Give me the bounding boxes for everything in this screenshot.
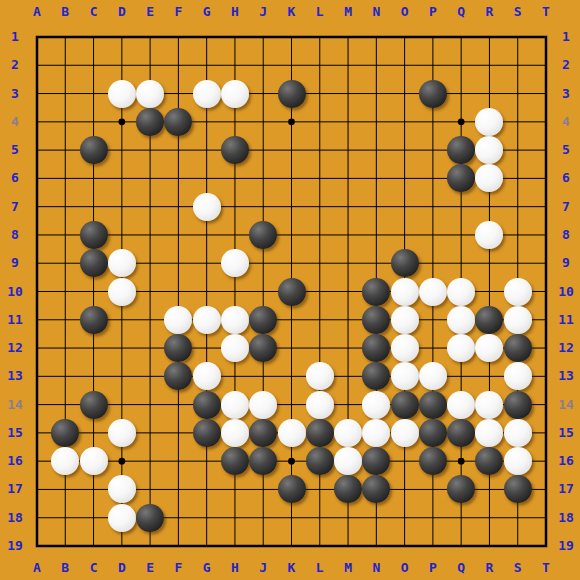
white-stone-M16 [334,447,362,475]
white-stone-G3 [193,80,221,108]
star-point [288,458,295,465]
col-label: B [53,560,77,576]
row-label: 19 [3,538,27,554]
col-label: F [166,560,190,576]
row-label: 3 [554,86,578,102]
row-label: 6 [554,170,578,186]
black-stone-E18 [136,504,164,532]
white-stone-S16 [504,447,532,475]
black-stone-C8 [80,221,108,249]
white-stone-L14 [306,391,334,419]
black-stone-P3 [419,80,447,108]
col-label: O [393,560,417,576]
black-stone-H5 [221,136,249,164]
row-label: 18 [3,510,27,526]
row-label: 17 [3,481,27,497]
white-stone-E3 [136,80,164,108]
white-stone-O10 [391,278,419,306]
black-stone-K3 [278,80,306,108]
col-label: N [364,4,388,20]
col-label: M [336,560,360,576]
white-stone-H12 [221,334,249,362]
white-stone-D9 [108,249,136,277]
row-label: 2 [3,57,27,73]
col-label: S [506,560,530,576]
white-stone-H11 [221,306,249,334]
white-stone-H9 [221,249,249,277]
white-stone-D15 [108,419,136,447]
black-stone-S12 [504,334,532,362]
white-stone-S10 [504,278,532,306]
col-label: T [534,560,558,576]
row-label: 3 [3,86,27,102]
black-stone-B15 [51,419,79,447]
black-stone-C9 [80,249,108,277]
star-point [288,118,295,125]
col-label: D [110,4,134,20]
row-label: 8 [554,227,578,243]
col-label: N [364,560,388,576]
white-stone-O15 [391,419,419,447]
black-stone-L15 [306,419,334,447]
white-stone-Q11 [447,306,475,334]
row-label: 16 [554,453,578,469]
row-label: 8 [3,227,27,243]
col-label: C [82,4,106,20]
row-label: 14 [554,397,578,413]
col-label: K [280,560,304,576]
row-label: 6 [3,170,27,186]
black-stone-C5 [80,136,108,164]
black-stone-N11 [362,306,390,334]
row-label: 7 [554,199,578,215]
black-stone-H16 [221,447,249,475]
col-label: G [195,560,219,576]
col-label: A [25,560,49,576]
row-label: 2 [554,57,578,73]
col-label: E [138,4,162,20]
col-label: Q [449,4,473,20]
black-stone-J15 [249,419,277,447]
white-stone-P10 [419,278,447,306]
black-stone-E4 [136,108,164,136]
go-board: ABCDEFGHJKLMNOPQRST ABCDEFGHJKLMNOPQRST … [0,0,580,580]
white-stone-F11 [164,306,192,334]
col-label: R [477,4,501,20]
white-stone-J14 [249,391,277,419]
black-stone-P15 [419,419,447,447]
row-label: 4 [554,114,578,130]
black-stone-P16 [419,447,447,475]
row-label: 5 [3,142,27,158]
white-stone-G7 [193,193,221,221]
row-label: 16 [3,453,27,469]
black-stone-G14 [193,391,221,419]
star-point [458,118,465,125]
col-label: E [138,560,162,576]
white-stone-D10 [108,278,136,306]
col-label: J [251,4,275,20]
white-stone-L13 [306,362,334,390]
white-stone-K15 [278,419,306,447]
col-label: T [534,4,558,20]
row-label: 11 [554,312,578,328]
row-label: 15 [554,425,578,441]
row-label: 18 [554,510,578,526]
col-label: H [223,560,247,576]
black-stone-K10 [278,278,306,306]
row-label: 15 [3,425,27,441]
col-label: P [421,560,445,576]
col-label: R [477,560,501,576]
row-label: 1 [3,29,27,45]
row-label: 17 [554,481,578,497]
row-label: 10 [554,284,578,300]
white-stone-C16 [80,447,108,475]
board-grid[interactable] [37,37,546,546]
row-label: 9 [3,255,27,271]
col-label: B [53,4,77,20]
white-stone-O12 [391,334,419,362]
white-stone-G13 [193,362,221,390]
col-label: C [82,560,106,576]
white-stone-S15 [504,419,532,447]
col-label: L [308,4,332,20]
black-stone-N10 [362,278,390,306]
black-stone-O9 [391,249,419,277]
white-stone-D3 [108,80,136,108]
black-stone-S17 [504,475,532,503]
row-label: 11 [3,312,27,328]
row-label: 7 [3,199,27,215]
white-stone-Q12 [447,334,475,362]
col-label: S [506,4,530,20]
black-stone-K17 [278,475,306,503]
white-stone-M15 [334,419,362,447]
row-label: 1 [554,29,578,45]
black-stone-G15 [193,419,221,447]
white-stone-S11 [504,306,532,334]
white-stone-G11 [193,306,221,334]
col-label: D [110,560,134,576]
row-label: 5 [554,142,578,158]
col-label: A [25,4,49,20]
row-label: 12 [3,340,27,356]
star-point [458,458,465,465]
row-label: 14 [3,397,27,413]
row-label: 4 [3,114,27,130]
col-label: L [308,560,332,576]
row-label: 19 [554,538,578,554]
black-stone-C11 [80,306,108,334]
star-point [118,118,125,125]
black-stone-P14 [419,391,447,419]
col-label: P [421,4,445,20]
col-label: M [336,4,360,20]
black-stone-J11 [249,306,277,334]
black-stone-C14 [80,391,108,419]
col-label: F [166,4,190,20]
row-label: 10 [3,284,27,300]
col-label: O [393,4,417,20]
col-label: K [280,4,304,20]
white-stone-O11 [391,306,419,334]
row-label: 12 [554,340,578,356]
white-stone-N14 [362,391,390,419]
white-stone-R14 [475,391,503,419]
black-stone-J8 [249,221,277,249]
star-point [118,458,125,465]
white-stone-Q10 [447,278,475,306]
white-stone-H15 [221,419,249,447]
black-stone-O14 [391,391,419,419]
white-stone-D18 [108,504,136,532]
row-label: 9 [554,255,578,271]
white-stone-S13 [504,362,532,390]
col-label: H [223,4,247,20]
black-stone-L16 [306,447,334,475]
row-label: 13 [3,368,27,384]
white-stone-O13 [391,362,419,390]
row-label: 13 [554,368,578,384]
col-label: Q [449,560,473,576]
white-stone-H3 [221,80,249,108]
white-stone-Q14 [447,391,475,419]
col-label: J [251,560,275,576]
white-stone-H14 [221,391,249,419]
black-stone-S14 [504,391,532,419]
black-stone-Q15 [447,419,475,447]
col-label: G [195,4,219,20]
